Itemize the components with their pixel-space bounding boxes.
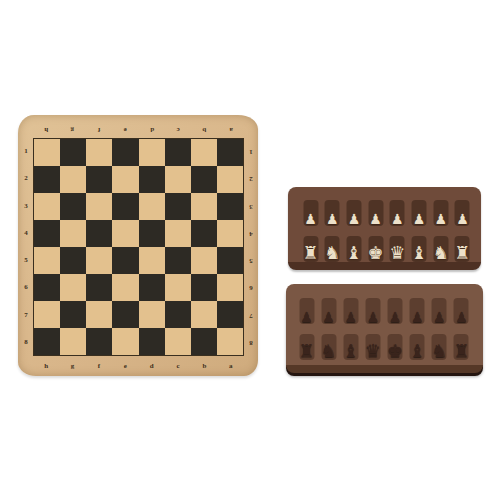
square-e6: [112, 274, 138, 301]
square-c2: [165, 166, 191, 193]
black-knight: ♞: [321, 342, 337, 360]
white-pawn-slot: ♟: [323, 193, 342, 226]
white-rook: ♜: [302, 244, 318, 262]
square-e3: [112, 193, 138, 220]
square-b7: [191, 301, 217, 328]
coord-label-f: f: [86, 126, 112, 133]
white-knight-slot: ♞: [323, 226, 342, 262]
white-pawn-row: ♟♟♟♟♟♟♟♟: [301, 193, 472, 226]
coord-label-3: 3: [245, 193, 257, 220]
square-b2: [191, 166, 217, 193]
square-h6: [34, 274, 60, 301]
black-pieces-tray: ♟♟♟♟♟♟♟♟ ♜♞♝♛♚♝♞♜: [286, 284, 483, 373]
white-pieces-tray: ♟♟♟♟♟♟♟♟ ♜♞♝♚♛♝♞♜: [288, 187, 481, 270]
black-bishop: ♝: [409, 342, 425, 360]
square-f4: [86, 220, 112, 247]
square-f5: [86, 247, 112, 274]
black-pawn: ♟: [367, 310, 380, 324]
black-king: ♚: [387, 342, 403, 360]
white-bishop-slot: ♝: [344, 226, 363, 262]
white-queen: ♛: [389, 244, 405, 262]
white-major-row: ♜♞♝♚♛♝♞♜: [301, 226, 472, 262]
coord-label-d: d: [139, 363, 165, 370]
square-f1: [86, 139, 112, 166]
coord-label-8: 8: [245, 329, 257, 356]
black-rook: ♜: [453, 342, 469, 360]
square-e2: [112, 166, 138, 193]
chess-board-grid: [33, 138, 244, 356]
square-d2: [139, 166, 165, 193]
coord-label-1: 1: [20, 138, 32, 165]
square-h5: [34, 247, 60, 274]
square-e4: [112, 220, 138, 247]
black-knight-slot: ♞: [430, 324, 449, 360]
square-b8: [191, 328, 217, 355]
black-pawn-slot: ♟: [430, 291, 449, 324]
coord-label-5: 5: [20, 247, 32, 274]
white-pawn: ♟: [434, 212, 447, 226]
black-rook-slot: ♜: [452, 324, 471, 360]
black-pawn: ♟: [433, 310, 446, 324]
white-pawn: ♟: [304, 212, 317, 226]
white-pawn-slot: ♟: [453, 193, 472, 226]
square-c5: [165, 247, 191, 274]
square-e7: [112, 301, 138, 328]
coord-label-4: 4: [245, 220, 257, 247]
white-king: ♚: [368, 244, 384, 262]
square-g7: [60, 301, 86, 328]
white-pawn-slot: ♟: [366, 193, 385, 226]
white-pawn: ♟: [348, 212, 361, 226]
coord-label-3: 3: [20, 193, 32, 220]
square-d6: [139, 274, 165, 301]
black-pawn: ♟: [322, 310, 335, 324]
coord-label-5: 5: [245, 247, 257, 274]
square-f2: [86, 166, 112, 193]
file-labels-top: hgfedcba: [33, 123, 244, 135]
coord-label-c: c: [165, 126, 191, 133]
black-queen: ♛: [365, 342, 381, 360]
black-bishop: ♝: [343, 342, 359, 360]
square-c3: [165, 193, 191, 220]
white-pawn: ♟: [456, 212, 469, 226]
square-a7: [217, 301, 243, 328]
coord-label-h: h: [33, 363, 59, 370]
coord-label-b: b: [191, 126, 217, 133]
square-h1: [34, 139, 60, 166]
black-pawn: ♟: [455, 310, 468, 324]
square-d5: [139, 247, 165, 274]
coord-label-2: 2: [20, 165, 32, 192]
square-b6: [191, 274, 217, 301]
square-d3: [139, 193, 165, 220]
black-bishop-slot: ♝: [408, 324, 427, 360]
square-g6: [60, 274, 86, 301]
square-f7: [86, 301, 112, 328]
black-rook: ♜: [298, 342, 314, 360]
white-pawn-slot: ♟: [431, 193, 450, 226]
square-d8: [139, 328, 165, 355]
black-major-row: ♜♞♝♛♚♝♞♜: [297, 324, 471, 360]
black-king-slot: ♚: [386, 324, 405, 360]
square-a8: [217, 328, 243, 355]
square-a1: [217, 139, 243, 166]
square-h8: [34, 328, 60, 355]
rank-labels-left: 12345678: [20, 138, 32, 356]
black-pawn-slot: ♟: [408, 291, 427, 324]
coord-label-7: 7: [20, 302, 32, 329]
square-c8: [165, 328, 191, 355]
coord-label-e: e: [112, 126, 138, 133]
white-pawn: ♟: [369, 212, 382, 226]
square-a4: [217, 220, 243, 247]
black-rook-slot: ♜: [297, 324, 316, 360]
square-a3: [217, 193, 243, 220]
coord-label-g: g: [59, 363, 85, 370]
square-g4: [60, 220, 86, 247]
rollup-chess-board: hgfedcba 12345678 12345678 hgfedcba: [18, 115, 258, 376]
coord-label-7: 7: [245, 302, 257, 329]
black-pawn-slot: ♟: [341, 291, 360, 324]
black-pawn-slot: ♟: [386, 291, 405, 324]
coord-label-f: f: [86, 363, 112, 370]
coord-label-d: d: [139, 126, 165, 133]
black-queen-slot: ♛: [363, 324, 382, 360]
white-pawn-slot: ♟: [344, 193, 363, 226]
square-b3: [191, 193, 217, 220]
white-pawn-slot: ♟: [301, 193, 320, 226]
square-g2: [60, 166, 86, 193]
square-d7: [139, 301, 165, 328]
white-pawn-slot: ♟: [388, 193, 407, 226]
white-queen-slot: ♛: [388, 226, 407, 262]
square-h7: [34, 301, 60, 328]
black-knight: ♞: [431, 342, 447, 360]
coord-label-e: e: [112, 363, 138, 370]
square-c6: [165, 274, 191, 301]
coord-label-c: c: [165, 363, 191, 370]
square-h3: [34, 193, 60, 220]
coord-label-b: b: [191, 363, 217, 370]
square-f6: [86, 274, 112, 301]
square-g8: [60, 328, 86, 355]
black-pawn-slot: ♟: [363, 291, 382, 324]
square-b5: [191, 247, 217, 274]
black-pawn-row: ♟♟♟♟♟♟♟♟: [297, 291, 471, 324]
coord-label-g: g: [59, 126, 85, 133]
white-bishop: ♝: [411, 244, 427, 262]
white-rook: ♜: [454, 244, 470, 262]
white-king-slot: ♚: [366, 226, 385, 262]
square-g1: [60, 139, 86, 166]
coord-label-h: h: [33, 126, 59, 133]
black-pawn-slot: ♟: [452, 291, 471, 324]
square-g5: [60, 247, 86, 274]
white-knight: ♞: [324, 244, 340, 262]
square-a2: [217, 166, 243, 193]
white-rook-slot: ♜: [453, 226, 472, 262]
white-bishop: ♝: [346, 244, 362, 262]
white-rook-slot: ♜: [301, 226, 320, 262]
square-d4: [139, 220, 165, 247]
black-pawn-slot: ♟: [319, 291, 338, 324]
square-e5: [112, 247, 138, 274]
square-b4: [191, 220, 217, 247]
white-bishop-slot: ♝: [410, 226, 429, 262]
black-pawn: ♟: [345, 310, 358, 324]
square-e1: [112, 139, 138, 166]
square-c4: [165, 220, 191, 247]
square-h4: [34, 220, 60, 247]
coord-label-a: a: [218, 126, 244, 133]
white-pawn: ♟: [413, 212, 426, 226]
black-pawn-slot: ♟: [297, 291, 316, 324]
square-c1: [165, 139, 191, 166]
black-pawn: ♟: [411, 310, 424, 324]
white-pawn: ♟: [391, 212, 404, 226]
square-f3: [86, 193, 112, 220]
chess-set-product-photo: hgfedcba 12345678 12345678 hgfedcba ♟♟♟♟…: [0, 0, 500, 500]
square-e8: [112, 328, 138, 355]
coord-label-4: 4: [20, 220, 32, 247]
white-knight-slot: ♞: [431, 226, 450, 262]
black-bishop-slot: ♝: [341, 324, 360, 360]
coord-label-1: 1: [245, 138, 257, 165]
square-f8: [86, 328, 112, 355]
square-c7: [165, 301, 191, 328]
white-pawn: ♟: [326, 212, 339, 226]
coord-label-8: 8: [20, 329, 32, 356]
coord-label-6: 6: [20, 274, 32, 301]
coord-label-6: 6: [245, 274, 257, 301]
coord-label-2: 2: [245, 165, 257, 192]
square-a5: [217, 247, 243, 274]
rank-labels-right: 12345678: [245, 138, 257, 356]
black-pawn: ♟: [300, 310, 313, 324]
black-pawn: ♟: [389, 310, 402, 324]
square-a6: [217, 274, 243, 301]
black-knight-slot: ♞: [319, 324, 338, 360]
white-pawn-slot: ♟: [410, 193, 429, 226]
coord-label-a: a: [218, 363, 244, 370]
white-knight: ♞: [433, 244, 449, 262]
square-g3: [60, 193, 86, 220]
square-d1: [139, 139, 165, 166]
file-labels-bottom: hgfedcba: [33, 360, 244, 372]
square-b1: [191, 139, 217, 166]
square-h2: [34, 166, 60, 193]
